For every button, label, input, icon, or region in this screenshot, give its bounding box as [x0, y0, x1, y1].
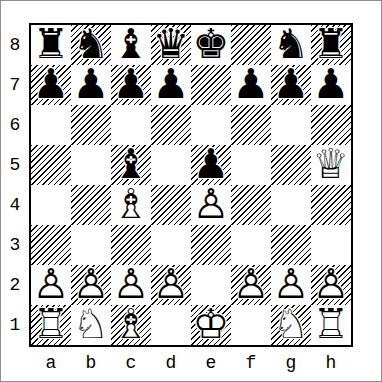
square-e2[interactable] — [191, 265, 231, 305]
black-pawn-h7-icon: ♟ — [311, 65, 351, 105]
white-pawn-b2[interactable]: ♟♙ — [71, 265, 111, 305]
rank-label-3: 3 — [1, 225, 29, 265]
white-pawn-d2-outline-icon: ♙ — [151, 265, 191, 305]
black-pawn-b7[interactable]: ♟ — [71, 65, 111, 105]
black-pawn-f7-icon: ♟ — [231, 65, 271, 105]
white-king-e1[interactable]: ♚♔ — [191, 305, 231, 345]
white-pawn-f2[interactable]: ♟♙ — [231, 265, 271, 305]
white-pawn-h2[interactable]: ♟♙ — [311, 265, 351, 305]
rank-label-2: 2 — [1, 265, 29, 305]
square-c4[interactable]: ♝♗ — [111, 185, 151, 225]
square-e4[interactable]: ♟♙ — [191, 185, 231, 225]
white-knight-b1[interactable]: ♞♘ — [71, 305, 111, 345]
square-h1[interactable]: ♜♖ — [311, 305, 351, 345]
square-h5[interactable]: ♛♕ — [311, 145, 351, 185]
square-g5[interactable] — [271, 145, 311, 185]
square-a7[interactable]: ♟ — [31, 65, 71, 105]
square-f8[interactable] — [231, 25, 271, 65]
white-bishop-c1-outline-icon: ♗ — [111, 305, 151, 345]
white-rook-h1[interactable]: ♜♖ — [311, 305, 351, 345]
file-label-a: a — [31, 351, 71, 375]
black-queen-d8-icon: ♛ — [151, 25, 191, 65]
square-h4[interactable] — [311, 185, 351, 225]
rank-label-1: 1 — [1, 305, 29, 345]
file-label-d: d — [151, 351, 191, 375]
rank-labels: 87654321 — [1, 25, 29, 345]
square-d2[interactable]: ♟♙ — [151, 265, 191, 305]
white-rook-a1[interactable]: ♜♖ — [31, 305, 71, 345]
white-pawn-e4-outline-icon: ♙ — [191, 185, 231, 225]
square-b7[interactable]: ♟ — [71, 65, 111, 105]
black-knight-g8[interactable]: ♞ — [271, 25, 311, 65]
black-bishop-c5[interactable]: ♝ — [111, 145, 151, 185]
black-pawn-a7-icon: ♟ — [31, 65, 71, 105]
black-rook-a8[interactable]: ♜ — [31, 25, 71, 65]
square-b8[interactable]: ♞ — [71, 25, 111, 65]
file-label-h: h — [311, 351, 351, 375]
square-d7[interactable]: ♟ — [151, 65, 191, 105]
square-e5[interactable]: ♟ — [191, 145, 231, 185]
square-d5[interactable] — [151, 145, 191, 185]
white-pawn-f2-outline-icon: ♙ — [231, 265, 271, 305]
white-rook-a1-outline-icon: ♖ — [31, 305, 71, 345]
white-pawn-a2-outline-icon: ♙ — [31, 265, 71, 305]
square-e1[interactable]: ♚♔ — [191, 305, 231, 345]
square-d1[interactable] — [151, 305, 191, 345]
white-knight-b1-outline-icon: ♘ — [71, 305, 111, 345]
square-f2[interactable]: ♟♙ — [231, 265, 271, 305]
white-pawn-d2[interactable]: ♟♙ — [151, 265, 191, 305]
black-rook-a8-icon: ♜ — [31, 25, 71, 65]
black-pawn-c7-icon: ♟ — [111, 65, 151, 105]
square-a2[interactable]: ♟♙ — [31, 265, 71, 305]
square-e6[interactable] — [191, 105, 231, 145]
square-f6[interactable] — [231, 105, 271, 145]
white-queen-h5[interactable]: ♛♕ — [311, 145, 351, 185]
white-queen-h5-outline-icon: ♕ — [311, 145, 351, 185]
square-g1[interactable]: ♞♘ — [271, 305, 311, 345]
chess-board: ♜♞♝♛♚♞♜♟♟♟♟♟♟♟♝♟♛♕♝♗♟♙♟♙♟♙♟♙♟♙♟♙♟♙♟♙♜♖♞♘… — [29, 23, 353, 347]
square-f1[interactable] — [231, 305, 271, 345]
square-c8[interactable]: ♝ — [111, 25, 151, 65]
square-b6[interactable] — [71, 105, 111, 145]
white-king-e1-outline-icon: ♔ — [191, 305, 231, 345]
square-d4[interactable] — [151, 185, 191, 225]
black-bishop-c8[interactable]: ♝ — [111, 25, 151, 65]
black-king-e8-icon: ♚ — [191, 25, 231, 65]
square-c6[interactable] — [111, 105, 151, 145]
white-knight-g1-outline-icon: ♘ — [271, 305, 311, 345]
black-pawn-g7[interactable]: ♟ — [271, 65, 311, 105]
square-f7[interactable]: ♟ — [231, 65, 271, 105]
black-pawn-h7[interactable]: ♟ — [311, 65, 351, 105]
white-bishop-c4-outline-icon: ♗ — [111, 185, 151, 225]
rank-label-4: 4 — [1, 185, 29, 225]
black-pawn-f7[interactable]: ♟ — [231, 65, 271, 105]
white-pawn-c2-outline-icon: ♙ — [111, 265, 151, 305]
rank-label-7: 7 — [1, 65, 29, 105]
square-f5[interactable] — [231, 145, 271, 185]
square-a6[interactable] — [31, 105, 71, 145]
square-g7[interactable]: ♟ — [271, 65, 311, 105]
black-bishop-c8-icon: ♝ — [111, 25, 151, 65]
white-bishop-c1[interactable]: ♝♗ — [111, 305, 151, 345]
square-f3[interactable] — [231, 225, 271, 265]
square-e3[interactable] — [191, 225, 231, 265]
square-a5[interactable] — [31, 145, 71, 185]
square-a4[interactable] — [31, 185, 71, 225]
black-knight-b8[interactable]: ♞ — [71, 25, 111, 65]
square-b5[interactable] — [71, 145, 111, 185]
square-c1[interactable]: ♝♗ — [111, 305, 151, 345]
black-pawn-e5-icon: ♟ — [191, 145, 231, 185]
square-b4[interactable] — [71, 185, 111, 225]
square-g4[interactable] — [271, 185, 311, 225]
square-b2[interactable]: ♟♙ — [71, 265, 111, 305]
rank-label-6: 6 — [1, 105, 29, 145]
square-d8[interactable]: ♛ — [151, 25, 191, 65]
black-pawn-d7[interactable]: ♟ — [151, 65, 191, 105]
square-g2[interactable]: ♟♙ — [271, 265, 311, 305]
black-pawn-d7-icon: ♟ — [151, 65, 191, 105]
square-e8[interactable]: ♚ — [191, 25, 231, 65]
square-a8[interactable]: ♜ — [31, 25, 71, 65]
square-g6[interactable] — [271, 105, 311, 145]
square-h2[interactable]: ♟♙ — [311, 265, 351, 305]
square-a3[interactable] — [31, 225, 71, 265]
black-queen-d8[interactable]: ♛ — [151, 25, 191, 65]
white-pawn-b2-outline-icon: ♙ — [71, 265, 111, 305]
black-king-e8[interactable]: ♚ — [191, 25, 231, 65]
square-h6[interactable] — [311, 105, 351, 145]
square-d6[interactable] — [151, 105, 191, 145]
black-rook-h8[interactable]: ♜ — [311, 25, 351, 65]
file-labels: abcdefgh — [31, 351, 351, 375]
file-label-b: b — [71, 351, 111, 375]
rank-label-8: 8 — [1, 25, 29, 65]
square-h7[interactable]: ♟ — [311, 65, 351, 105]
square-e7[interactable] — [191, 65, 231, 105]
white-pawn-e4[interactable]: ♟♙ — [191, 185, 231, 225]
file-label-f: f — [231, 351, 271, 375]
square-c3[interactable] — [111, 225, 151, 265]
square-b3[interactable] — [71, 225, 111, 265]
square-d3[interactable] — [151, 225, 191, 265]
square-a1[interactable]: ♜♖ — [31, 305, 71, 345]
square-h3[interactable] — [311, 225, 351, 265]
black-pawn-a7[interactable]: ♟ — [31, 65, 71, 105]
white-rook-h1-outline-icon: ♖ — [311, 305, 351, 345]
black-rook-h8-icon: ♜ — [311, 25, 351, 65]
chess-diagram: 87654321 ♜♞♝♛♚♞♜♟♟♟♟♟♟♟♝♟♛♕♝♗♟♙♟♙♟♙♟♙♟♙♟… — [0, 0, 382, 382]
white-pawn-g2-outline-icon: ♙ — [271, 265, 311, 305]
black-knight-b8-icon: ♞ — [71, 25, 111, 65]
square-h8[interactable]: ♜ — [311, 25, 351, 65]
white-pawn-h2-outline-icon: ♙ — [311, 265, 351, 305]
black-bishop-c5-icon: ♝ — [111, 145, 151, 185]
black-pawn-g7-icon: ♟ — [271, 65, 311, 105]
square-f4[interactable] — [231, 185, 271, 225]
square-b1[interactable]: ♞♘ — [71, 305, 111, 345]
black-knight-g8-icon: ♞ — [271, 25, 311, 65]
file-label-c: c — [111, 351, 151, 375]
white-pawn-a2[interactable]: ♟♙ — [31, 265, 71, 305]
white-pawn-g2[interactable]: ♟♙ — [271, 265, 311, 305]
file-label-g: g — [271, 351, 311, 375]
rank-label-5: 5 — [1, 145, 29, 185]
square-c7[interactable]: ♟ — [111, 65, 151, 105]
square-c2[interactable]: ♟♙ — [111, 265, 151, 305]
black-pawn-b7-icon: ♟ — [71, 65, 111, 105]
square-g3[interactable] — [271, 225, 311, 265]
white-knight-g1[interactable]: ♞♘ — [271, 305, 311, 345]
square-g8[interactable]: ♞ — [271, 25, 311, 65]
black-pawn-c7[interactable]: ♟ — [111, 65, 151, 105]
square-c5[interactable]: ♝ — [111, 145, 151, 185]
white-pawn-c2[interactable]: ♟♙ — [111, 265, 151, 305]
file-label-e: e — [191, 351, 231, 375]
white-bishop-c4[interactable]: ♝♗ — [111, 185, 151, 225]
black-pawn-e5[interactable]: ♟ — [191, 145, 231, 185]
